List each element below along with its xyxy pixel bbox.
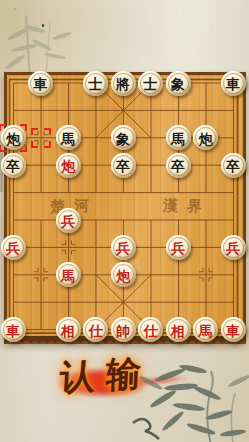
piece-red-rook[interactable]: 車: [221, 317, 246, 342]
piece-black-soldier[interactable]: 卒: [1, 153, 26, 178]
paper-speckles: [14, 8, 16, 10]
piece-glyph: 卒: [171, 159, 185, 173]
piece-red-advisor[interactable]: 仕: [138, 317, 163, 342]
piece-glyph: 卒: [6, 159, 20, 173]
piece-glyph: 車: [226, 77, 240, 91]
piece-black-general[interactable]: 將: [111, 71, 136, 96]
piece-red-rook[interactable]: 車: [1, 317, 26, 342]
piece-black-cannon[interactable]: 炮: [1, 125, 26, 150]
piece-black-rook[interactable]: 車: [221, 71, 246, 96]
piece-black-soldier[interactable]: 卒: [221, 153, 246, 178]
piece-glyph: 帥: [116, 323, 130, 337]
piece-glyph: 兵: [6, 241, 20, 255]
piece-black-soldier[interactable]: 卒: [166, 153, 191, 178]
piece-red-soldier[interactable]: 兵: [166, 235, 191, 260]
piece-black-advisor[interactable]: 士: [83, 71, 108, 96]
piece-glyph: 相: [171, 323, 185, 337]
piece-red-cannon[interactable]: 炮: [111, 262, 136, 287]
piece-glyph: 卒: [116, 159, 130, 173]
bamboo-ink-top-left: [0, 12, 78, 78]
resign-button[interactable]: 认输: [55, 349, 158, 400]
piece-glyph: 炮: [116, 268, 130, 282]
piece-red-horse[interactable]: 馬: [193, 317, 218, 342]
piece-red-horse[interactable]: 馬: [56, 262, 81, 287]
piece-red-cannon[interactable]: 炮: [56, 153, 81, 178]
piece-black-rook[interactable]: 車: [28, 71, 53, 96]
piece-glyph: 炮: [6, 131, 20, 145]
bird-branch-curl: [133, 419, 159, 439]
piece-red-soldier[interactable]: 兵: [221, 235, 246, 260]
piece-black-elephant[interactable]: 象: [166, 71, 191, 96]
piece-glyph: 兵: [61, 214, 75, 228]
piece-red-soldier[interactable]: 兵: [111, 235, 136, 260]
piece-glyph: 士: [89, 77, 103, 91]
piece-black-elephant[interactable]: 象: [111, 125, 136, 150]
piece-red-advisor[interactable]: 仕: [83, 317, 108, 342]
piece-glyph: 馬: [61, 131, 75, 145]
piece-red-general[interactable]: 帥: [111, 317, 136, 342]
xiangqi-board[interactable]: 楚河 漢界 車士將士象車炮馬象馬炮卒卒卒卒炮兵兵兵兵兵馬炮車相仕帥仕相馬車: [4, 72, 246, 344]
piece-glyph: 車: [34, 77, 48, 91]
piece-glyph: 象: [171, 77, 185, 91]
piece-glyph: 馬: [171, 131, 185, 145]
piece-glyph: 士: [144, 77, 158, 91]
piece-glyph: 兵: [171, 241, 185, 255]
piece-glyph: 馬: [199, 323, 213, 337]
piece-glyph: 炮: [61, 159, 75, 173]
piece-black-advisor[interactable]: 士: [138, 71, 163, 96]
piece-red-soldier[interactable]: 兵: [1, 235, 26, 260]
piece-glyph: 兵: [226, 241, 240, 255]
piece-glyph: 兵: [116, 241, 130, 255]
piece-glyph: 卒: [226, 159, 240, 173]
piece-red-elephant[interactable]: 相: [166, 317, 191, 342]
piece-glyph: 馬: [61, 268, 75, 282]
piece-glyph: 炮: [199, 131, 213, 145]
piece-glyph: 相: [61, 323, 75, 337]
piece-glyph: 象: [116, 131, 130, 145]
piece-black-soldier[interactable]: 卒: [111, 153, 136, 178]
piece-red-elephant[interactable]: 相: [56, 317, 81, 342]
xiangqi-app: 楚河 漢界 車士將士象車炮馬象馬炮卒卒卒卒炮兵兵兵兵兵馬炮車相仕帥仕相馬車 认输: [0, 0, 249, 442]
river-text-right: 漢界: [162, 196, 211, 217]
piece-glyph: 仕: [144, 323, 158, 337]
piece-glyph: 車: [6, 323, 20, 337]
piece-glyph: 將: [116, 77, 130, 91]
piece-glyph: 車: [226, 323, 240, 337]
piece-glyph: 仕: [89, 323, 103, 337]
ink-dot: [42, 24, 44, 27]
piece-red-soldier[interactable]: 兵: [56, 208, 81, 233]
piece-black-horse[interactable]: 馬: [56, 125, 81, 150]
piece-black-horse[interactable]: 馬: [166, 125, 191, 150]
